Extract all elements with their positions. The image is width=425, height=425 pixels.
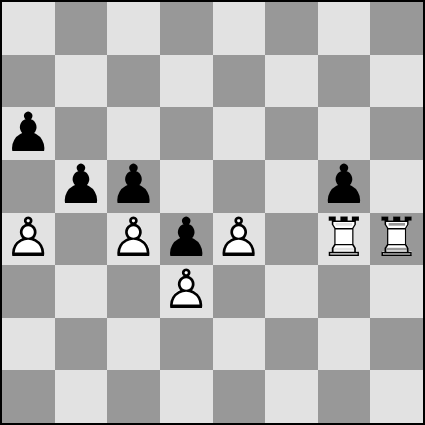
- square-c6[interactable]: [107, 107, 160, 160]
- square-h3[interactable]: [370, 265, 423, 318]
- white-piece-outline: ♙: [215, 211, 263, 265]
- white-piece-outline: ♙: [4, 211, 52, 265]
- square-d5[interactable]: [160, 160, 213, 213]
- square-c4[interactable]: ♟♙: [107, 213, 160, 266]
- white-rook[interactable]: ♜♖: [318, 213, 371, 266]
- square-g4[interactable]: ♜♖: [318, 213, 371, 266]
- white-pawn[interactable]: ♟♙: [160, 265, 213, 318]
- square-e3[interactable]: [213, 265, 266, 318]
- black-piece-glyph: ♟: [109, 158, 157, 212]
- square-a5[interactable]: [2, 160, 55, 213]
- square-e7[interactable]: [213, 55, 266, 108]
- square-g7[interactable]: [318, 55, 371, 108]
- white-piece-outline: ♖: [320, 211, 368, 265]
- square-g3[interactable]: [318, 265, 371, 318]
- black-pawn[interactable]: ♟: [160, 213, 213, 266]
- black-pawn[interactable]: ♟: [107, 160, 160, 213]
- square-h2[interactable]: [370, 318, 423, 371]
- black-pawn[interactable]: ♟: [2, 107, 55, 160]
- square-e8[interactable]: [213, 2, 266, 55]
- chess-diagram: ♟♟♟♟♟♙♟♙♟♟♙♜♖♜♖♟♙: [0, 0, 425, 425]
- square-g8[interactable]: [318, 2, 371, 55]
- square-e5[interactable]: [213, 160, 266, 213]
- square-c7[interactable]: [107, 55, 160, 108]
- square-b1[interactable]: [55, 370, 108, 423]
- chess-board: ♟♟♟♟♟♙♟♙♟♟♙♜♖♜♖♟♙: [0, 0, 425, 425]
- square-c5[interactable]: ♟: [107, 160, 160, 213]
- square-f8[interactable]: [265, 2, 318, 55]
- square-d4[interactable]: ♟: [160, 213, 213, 266]
- square-a3[interactable]: [2, 265, 55, 318]
- square-b2[interactable]: [55, 318, 108, 371]
- square-h6[interactable]: [370, 107, 423, 160]
- square-b7[interactable]: [55, 55, 108, 108]
- white-pawn[interactable]: ♟♙: [213, 213, 266, 266]
- square-d3[interactable]: ♟♙: [160, 265, 213, 318]
- square-a8[interactable]: [2, 2, 55, 55]
- square-b6[interactable]: [55, 107, 108, 160]
- square-a7[interactable]: [2, 55, 55, 108]
- square-g5[interactable]: ♟: [318, 160, 371, 213]
- square-e1[interactable]: [213, 370, 266, 423]
- square-e2[interactable]: [213, 318, 266, 371]
- square-f3[interactable]: [265, 265, 318, 318]
- white-piece-outline: ♖: [372, 211, 420, 265]
- black-piece-glyph: ♟: [4, 105, 52, 159]
- square-d1[interactable]: [160, 370, 213, 423]
- square-d6[interactable]: [160, 107, 213, 160]
- square-h5[interactable]: [370, 160, 423, 213]
- square-a4[interactable]: ♟♙: [2, 213, 55, 266]
- white-pawn[interactable]: ♟♙: [107, 213, 160, 266]
- white-piece-outline: ♙: [162, 263, 210, 317]
- square-c3[interactable]: [107, 265, 160, 318]
- square-a6[interactable]: ♟: [2, 107, 55, 160]
- square-c2[interactable]: [107, 318, 160, 371]
- square-c8[interactable]: [107, 2, 160, 55]
- square-f5[interactable]: [265, 160, 318, 213]
- black-piece-glyph: ♟: [162, 211, 210, 265]
- black-piece-glyph: ♟: [320, 158, 368, 212]
- square-f2[interactable]: [265, 318, 318, 371]
- square-b4[interactable]: [55, 213, 108, 266]
- white-piece-outline: ♙: [109, 211, 157, 265]
- square-b8[interactable]: [55, 2, 108, 55]
- square-c1[interactable]: [107, 370, 160, 423]
- square-g2[interactable]: [318, 318, 371, 371]
- square-d7[interactable]: [160, 55, 213, 108]
- black-pawn[interactable]: ♟: [55, 160, 108, 213]
- square-d8[interactable]: [160, 2, 213, 55]
- square-a2[interactable]: [2, 318, 55, 371]
- square-d2[interactable]: [160, 318, 213, 371]
- white-rook[interactable]: ♜♖: [370, 213, 423, 266]
- black-pawn[interactable]: ♟: [318, 160, 371, 213]
- square-h7[interactable]: [370, 55, 423, 108]
- white-pawn[interactable]: ♟♙: [2, 213, 55, 266]
- square-f7[interactable]: [265, 55, 318, 108]
- square-g1[interactable]: [318, 370, 371, 423]
- square-e4[interactable]: ♟♙: [213, 213, 266, 266]
- square-f1[interactable]: [265, 370, 318, 423]
- square-e6[interactable]: [213, 107, 266, 160]
- square-h8[interactable]: [370, 2, 423, 55]
- square-h1[interactable]: [370, 370, 423, 423]
- square-b5[interactable]: ♟: [55, 160, 108, 213]
- black-piece-glyph: ♟: [57, 158, 105, 212]
- square-f6[interactable]: [265, 107, 318, 160]
- square-a1[interactable]: [2, 370, 55, 423]
- square-f4[interactable]: [265, 213, 318, 266]
- square-g6[interactable]: [318, 107, 371, 160]
- square-b3[interactable]: [55, 265, 108, 318]
- square-h4[interactable]: ♜♖: [370, 213, 423, 266]
